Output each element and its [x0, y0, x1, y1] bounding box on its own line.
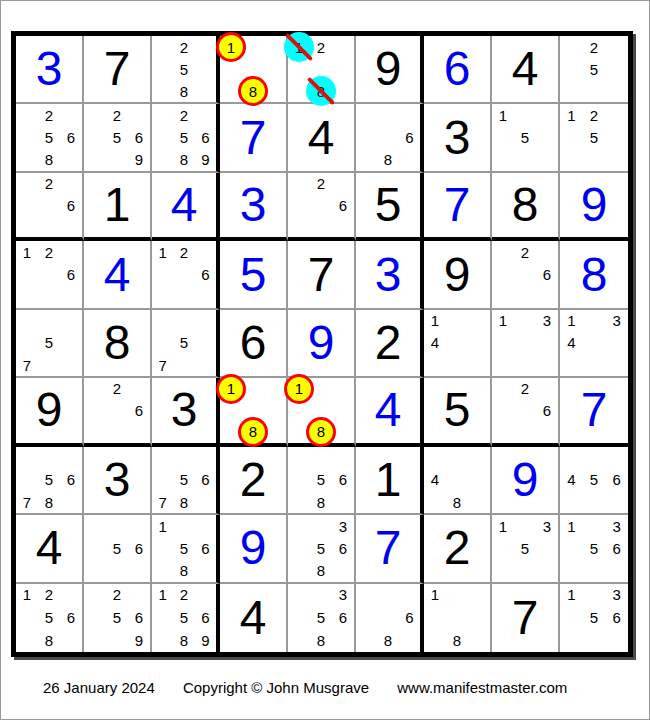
candidate-digit: 9 [135, 633, 143, 648]
candidate-slot-2 [377, 104, 398, 126]
candidate-slot-7 [288, 491, 310, 513]
candidate-slot-2: 2 [173, 584, 194, 607]
candidate-slot-1 [424, 447, 446, 469]
candidate-slot-2: 2 [514, 241, 536, 263]
cell-r6c3[interactable]: 3 [152, 378, 220, 446]
candidate-slot-4 [152, 58, 173, 80]
candidate-slot-8: 8 [173, 559, 194, 581]
candidate-slot-5 [310, 194, 332, 215]
candidate-digit: 8 [45, 152, 53, 167]
candidate-slot-4 [288, 469, 310, 491]
cell-r2c7[interactable]: 3 [424, 104, 492, 172]
candidate-grid: 25689 [152, 104, 216, 170]
candidate-slot-4 [152, 469, 173, 491]
cell-r6c6[interactable]: 4 [356, 378, 424, 446]
candidate-slot-1 [16, 104, 38, 126]
candidate-slot-6: 6 [60, 194, 82, 215]
candidate-digit: 2 [590, 108, 598, 123]
candidate-grid: 25 [560, 36, 628, 102]
candidate-digit: 1 [431, 313, 439, 328]
candidate-slot-3 [332, 378, 354, 399]
cell-r1c7[interactable]: 6 [424, 36, 492, 104]
cell-r8c8[interactable]: 135 [492, 515, 560, 583]
candidate-slot-5: 5 [38, 606, 60, 629]
candidate-slot-2 [583, 515, 606, 537]
cell-r6c1[interactable]: 9 [16, 378, 84, 446]
candidate-slot-8 [38, 354, 60, 376]
candidate-digit: 9 [201, 152, 209, 167]
candidate-grid: 134 [560, 310, 628, 376]
candidate-slot-3 [536, 241, 558, 263]
cell-r6c2[interactable]: 26 [84, 378, 152, 446]
cell-r5c4[interactable]: 6 [220, 310, 288, 378]
given-digit: 2 [444, 524, 471, 572]
candidate-slot-7 [16, 216, 38, 237]
candidate-digit: 1 [227, 40, 235, 55]
candidate-slot-9 [332, 491, 354, 513]
candidate-slot-9 [399, 629, 420, 652]
candidate-slot-6 [536, 127, 558, 149]
candidate-digit: 6 [201, 541, 209, 556]
candidate-grid: 68 [356, 584, 420, 652]
candidate-slot-6: 6 [128, 400, 150, 421]
cell-r1c6[interactable]: 9 [356, 36, 424, 104]
candidate-digit: 8 [249, 424, 257, 439]
cell-r1c5[interactable]: 128 [288, 36, 356, 104]
candidate-slot-3 [605, 104, 628, 126]
candidate-slot-6 [332, 58, 354, 80]
given-digit: 3 [444, 114, 471, 162]
candidate-slot-9 [605, 149, 628, 171]
cell-r8c3[interactable]: 1568 [152, 515, 220, 583]
cell-r9c2[interactable]: 2569 [84, 584, 152, 652]
cell-r3c5[interactable]: 26 [288, 173, 356, 241]
candidate-slot-8: 8 [310, 629, 332, 652]
cell-r2c3[interactable]: 25689 [152, 104, 220, 172]
candidate-slot-1: 1 [492, 515, 514, 537]
cell-r7c2[interactable]: 3 [84, 447, 152, 515]
candidate-slot-5 [514, 332, 536, 354]
footer-date: 26 January 2024 [43, 679, 155, 696]
candidate-grid: 125 [560, 104, 628, 170]
candidate-slot-1 [84, 584, 106, 607]
candidate-slot-4 [560, 58, 583, 80]
candidate-slot-3 [468, 310, 490, 332]
cell-r5c9[interactable]: 134 [560, 310, 628, 378]
cell-r9c3[interactable]: 125689 [152, 584, 220, 652]
given-digit: 7 [512, 594, 539, 642]
candidate-slot-1 [288, 447, 310, 469]
candidate-slot-2: 2 [38, 104, 60, 126]
candidate-slot-7 [84, 149, 106, 171]
cell-r1c4[interactable]: 18 [220, 36, 288, 104]
cell-r7c1[interactable]: 5678 [16, 447, 84, 515]
candidate-digit: 2 [180, 245, 188, 260]
candidate-digit: 1 [499, 313, 507, 328]
candidate-slot-4 [492, 127, 514, 149]
candidate-slot-8: 8 [173, 80, 194, 102]
candidate-digit: 1 [499, 108, 507, 123]
cell-r2c6[interactable]: 68 [356, 104, 424, 172]
cell-r2c9[interactable]: 125 [560, 104, 628, 172]
candidate-slot-2: 2 [173, 104, 194, 126]
candidate-slot-5: 5 [38, 469, 60, 491]
candidate-slot-4 [16, 194, 38, 215]
candidate-digit: 6 [612, 472, 620, 487]
cell-r9c7[interactable]: 18 [424, 584, 492, 652]
cell-r1c1[interactable]: 3 [16, 36, 84, 104]
candidate-slot-9 [60, 354, 82, 376]
candidate-digit: 8 [180, 84, 188, 99]
candidate-grid: 14 [424, 310, 490, 376]
candidate-slot-6: 6 [332, 537, 354, 559]
candidate-slot-8: 8 [446, 629, 468, 652]
given-digit: 9 [36, 386, 63, 434]
candidate-slot-3 [468, 447, 490, 469]
candidate-slot-1 [356, 584, 377, 607]
candidate-slot-5: 5 [310, 606, 332, 629]
candidate-slot-9 [195, 80, 216, 102]
cell-r9c9[interactable]: 1356 [560, 584, 628, 652]
candidate-slot-9 [605, 354, 628, 376]
cell-r3c3[interactable]: 4 [152, 173, 220, 241]
candidate-slot-6: 6 [195, 263, 216, 285]
candidate-slot-3 [128, 515, 150, 537]
cell-r4c5[interactable]: 7 [288, 241, 356, 309]
cell-r8c5[interactable]: 3568 [288, 515, 356, 583]
solved-digit: 9 [581, 181, 608, 229]
given-digit: 8 [104, 319, 131, 367]
sudoku-board: 3725818128964252568256925689746831512526… [11, 31, 633, 657]
cell-r2c8[interactable]: 15 [492, 104, 560, 172]
candidate-slot-5: 5 [106, 606, 128, 629]
candidate-slot-4 [152, 606, 173, 629]
cell-r7c5[interactable]: 568 [288, 447, 356, 515]
candidate-grid: 26 [84, 378, 150, 442]
candidate-slot-9 [605, 629, 628, 652]
candidate-slot-7 [560, 559, 583, 581]
candidate-digit: 3 [612, 519, 620, 534]
candidate-slot-9 [605, 80, 628, 102]
candidate-slot-5 [446, 606, 468, 629]
cell-r8c6[interactable]: 7 [356, 515, 424, 583]
candidate-digit: 2 [180, 40, 188, 55]
cell-r6c8[interactable]: 26 [492, 378, 560, 446]
candidate-grid: 18 [220, 378, 286, 442]
candidate-digit: 6 [67, 472, 75, 487]
candidate-grid: 456 [560, 447, 628, 513]
solved-digit: 3 [375, 251, 402, 299]
candidate-digit: 3 [612, 587, 620, 602]
candidate-slot-3: 3 [605, 584, 628, 607]
candidate-slot-6: 6 [128, 606, 150, 629]
candidate-slot-8 [446, 354, 468, 376]
candidate-digit: 8 [453, 633, 461, 648]
candidate-digit: 1 [23, 245, 31, 260]
cell-r7c4[interactable]: 2 [220, 447, 288, 515]
candidate-digit: 6 [135, 610, 143, 625]
candidate-slot-6 [332, 400, 354, 421]
candidate-grid: 57 [152, 310, 216, 376]
candidate-slot-9 [60, 491, 82, 513]
cell-r2c2[interactable]: 2569 [84, 104, 152, 172]
candidate-digit: 1 [567, 519, 575, 534]
candidate-digit: 1 [158, 245, 166, 260]
cell-r2c5[interactable]: 4 [288, 104, 356, 172]
candidate-slot-7 [152, 629, 173, 652]
cell-r8c7[interactable]: 2 [424, 515, 492, 583]
candidate-slot-5: 5 [106, 537, 128, 559]
candidate-slot-3 [60, 104, 82, 126]
cell-r8c2[interactable]: 56 [84, 515, 152, 583]
candidate-grid: 26 [288, 173, 354, 237]
candidate-digit: 8 [317, 563, 325, 578]
candidate-slot-4 [356, 127, 377, 149]
candidate-slot-8: 8 [38, 149, 60, 171]
candidate-slot-7: 7 [152, 491, 173, 513]
candidate-slot-4 [84, 537, 106, 559]
given-digit: 9 [375, 45, 402, 93]
cell-r6c7[interactable]: 5 [424, 378, 492, 446]
candidate-slot-5: 5 [173, 606, 194, 629]
footer: 26 January 2024 Copyright © John Musgrav… [43, 679, 567, 696]
candidate-slot-4 [288, 606, 310, 629]
candidate-slot-6: 6 [536, 400, 558, 421]
candidate-slot-7 [84, 629, 106, 652]
candidate-slot-5 [106, 400, 128, 421]
candidate-slot-9: 9 [195, 629, 216, 652]
cell-r7c3[interactable]: 5678 [152, 447, 220, 515]
candidate-slot-2 [446, 447, 468, 469]
candidate-slot-2 [106, 515, 128, 537]
cell-r3c1[interactable]: 26 [16, 173, 84, 241]
candidate-digit: 8 [180, 633, 188, 648]
cell-r6c4[interactable]: 18 [220, 378, 288, 446]
candidate-digit: 1 [227, 381, 235, 396]
candidate-slot-1: 1 [424, 584, 446, 607]
cell-r2c4[interactable]: 7 [220, 104, 288, 172]
candidate-slot-4 [152, 537, 173, 559]
candidate-slot-9 [195, 354, 216, 376]
candidate-slot-5 [377, 606, 398, 629]
cell-r4c8[interactable]: 26 [492, 241, 560, 309]
candidate-slot-5: 5 [173, 537, 194, 559]
cell-r9c8[interactable]: 7 [492, 584, 560, 652]
candidate-slot-6: 6 [605, 469, 628, 491]
candidate-slot-6: 6 [128, 537, 150, 559]
candidate-digit: 5 [113, 541, 121, 556]
candidate-digit: 1 [499, 519, 507, 534]
cell-r6c9[interactable]: 7 [560, 378, 628, 446]
candidate-slot-4 [152, 127, 173, 149]
cell-r4c3[interactable]: 126 [152, 241, 220, 309]
cell-r4c4[interactable]: 5 [220, 241, 288, 309]
candidate-slot-6: 6 [195, 127, 216, 149]
cell-r4c9[interactable]: 8 [560, 241, 628, 309]
candidate-digit: 3 [543, 313, 551, 328]
cell-r3c7[interactable]: 7 [424, 173, 492, 241]
cell-r3c4[interactable]: 3 [220, 173, 288, 241]
candidate-slot-2: 2 [173, 241, 194, 263]
candidate-slot-4 [152, 332, 173, 354]
cell-r9c6[interactable]: 68 [356, 584, 424, 652]
candidate-slot-8 [106, 149, 128, 171]
cell-r4c2[interactable]: 4 [84, 241, 152, 309]
cell-r8c9[interactable]: 1356 [560, 515, 628, 583]
candidate-slot-7 [492, 559, 514, 581]
candidate-digit: 8 [384, 152, 392, 167]
candidate-slot-3 [332, 36, 354, 58]
cell-r4c1[interactable]: 126 [16, 241, 84, 309]
candidate-digit: 8 [317, 633, 325, 648]
cell-r7c9[interactable]: 456 [560, 447, 628, 515]
candidate-digit: 5 [590, 472, 598, 487]
cell-r9c4[interactable]: 4 [220, 584, 288, 652]
candidate-slot-6: 6 [195, 537, 216, 559]
candidate-slot-4 [152, 263, 173, 285]
cell-r7c7[interactable]: 48 [424, 447, 492, 515]
given-digit: 4 [308, 114, 335, 162]
candidate-slot-7 [424, 629, 446, 652]
candidate-digit: 7 [158, 495, 166, 510]
candidate-slot-9 [195, 286, 216, 308]
cell-r5c5[interactable]: 9 [288, 310, 356, 378]
candidate-slot-6: 6 [399, 127, 420, 149]
cell-r4c7[interactable]: 9 [424, 241, 492, 309]
candidate-digit: 8 [249, 84, 257, 99]
candidate-slot-2: 2 [38, 173, 60, 194]
candidate-slot-2: 2 [514, 378, 536, 399]
candidate-grid: 125689 [152, 584, 216, 652]
candidate-slot-8: 8 [310, 491, 332, 513]
candidate-slot-2: 2 [38, 241, 60, 263]
cell-r8c1[interactable]: 4 [16, 515, 84, 583]
candidate-digit: 2 [113, 587, 121, 602]
cell-r3c8[interactable]: 8 [492, 173, 560, 241]
cell-r3c9[interactable]: 9 [560, 173, 628, 241]
cell-r1c2[interactable]: 7 [84, 36, 152, 104]
candidate-digit: 5 [317, 610, 325, 625]
candidate-slot-9 [536, 559, 558, 581]
candidate-slot-7 [560, 491, 583, 513]
candidate-digit: 6 [612, 541, 620, 556]
candidate-slot-5 [446, 469, 468, 491]
candidate-slot-3 [468, 584, 490, 607]
candidate-slot-2: 2 [38, 584, 60, 607]
candidate-digit: 5 [113, 130, 121, 145]
candidate-slot-3: 3 [332, 584, 354, 607]
candidate-grid: 26 [16, 173, 82, 237]
candidate-slot-5: 5 [583, 127, 606, 149]
solved-digit: 9 [512, 456, 539, 504]
candidate-slot-6: 6 [605, 537, 628, 559]
cell-r9c1[interactable]: 12568 [16, 584, 84, 652]
candidate-digit: 5 [113, 610, 121, 625]
candidate-slot-2 [446, 310, 468, 332]
candidate-slot-3 [195, 104, 216, 126]
candidate-slot-8 [583, 149, 606, 171]
cell-r2c1[interactable]: 2568 [16, 104, 84, 172]
candidate-slot-3 [536, 104, 558, 126]
candidate-slot-6: 6 [195, 606, 216, 629]
cell-r4c6[interactable]: 3 [356, 241, 424, 309]
candidate-digit: 6 [201, 610, 209, 625]
cell-r3c2[interactable]: 1 [84, 173, 152, 241]
candidate-slot-3 [60, 173, 82, 194]
cell-r1c9[interactable]: 25 [560, 36, 628, 104]
candidate-slot-2 [173, 310, 194, 332]
cell-r7c6[interactable]: 1 [356, 447, 424, 515]
candidate-slot-5: 5 [173, 58, 194, 80]
candidate-slot-3 [195, 36, 216, 58]
candidate-slot-8: 8 [38, 629, 60, 652]
candidate-slot-4 [84, 606, 106, 629]
candidate-digit: 8 [317, 424, 325, 439]
candidate-slot-2: 2 [583, 104, 606, 126]
candidate-slot-5: 5 [583, 58, 606, 80]
candidate-slot-7 [492, 286, 514, 308]
cell-r5c2[interactable]: 8 [84, 310, 152, 378]
candidate-slot-4: 4 [424, 332, 446, 354]
cell-r5c6[interactable]: 2 [356, 310, 424, 378]
candidate-slot-8 [583, 354, 606, 376]
candidate-slot-1: 1 [152, 515, 173, 537]
cell-r5c7[interactable]: 14 [424, 310, 492, 378]
solved-digit: 9 [308, 319, 335, 367]
given-digit: 6 [240, 319, 267, 367]
given-digit: 3 [104, 456, 131, 504]
candidate-digit: 2 [45, 176, 53, 191]
candidate-slot-1 [84, 378, 106, 399]
candidate-slot-1: 1 [560, 310, 583, 332]
candidate-digit: 6 [135, 130, 143, 145]
cell-r9c5[interactable]: 3568 [288, 584, 356, 652]
candidate-slot-1 [152, 447, 173, 469]
candidate-grid: 3568 [288, 584, 354, 652]
candidate-digit: 2 [317, 40, 325, 55]
cell-r3c6[interactable]: 5 [356, 173, 424, 241]
cell-r6c5[interactable]: 18 [288, 378, 356, 446]
cell-r5c8[interactable]: 13 [492, 310, 560, 378]
candidate-slot-5: 5 [38, 127, 60, 149]
solved-digit: 7 [444, 181, 471, 229]
candidate-grid: 1568 [152, 515, 216, 581]
candidate-slot-6 [536, 332, 558, 354]
candidate-digit: 5 [317, 541, 325, 556]
cell-r5c3[interactable]: 57 [152, 310, 220, 378]
candidate-slot-7 [288, 216, 310, 237]
cell-r1c8[interactable]: 4 [492, 36, 560, 104]
candidate-slot-7 [492, 354, 514, 376]
candidate-digit: 1 [158, 587, 166, 602]
cell-r8c4[interactable]: 9 [220, 515, 288, 583]
candidate-slot-9 [195, 559, 216, 581]
cell-r1c3[interactable]: 258 [152, 36, 220, 104]
cell-r5c1[interactable]: 57 [16, 310, 84, 378]
cell-r7c8[interactable]: 9 [492, 447, 560, 515]
candidate-slot-2 [310, 447, 332, 469]
candidate-slot-7 [560, 80, 583, 102]
candidate-slot-6: 6 [332, 606, 354, 629]
candidate-digit: 4 [567, 335, 575, 350]
candidate-slot-9 [60, 216, 82, 237]
candidate-slot-8: 8 [310, 80, 332, 102]
candidate-digit: 6 [67, 130, 75, 145]
candidate-slot-8 [583, 491, 606, 513]
candidate-digit: 6 [543, 267, 551, 282]
candidate-slot-2: 2 [106, 104, 128, 126]
candidate-slot-3 [195, 515, 216, 537]
